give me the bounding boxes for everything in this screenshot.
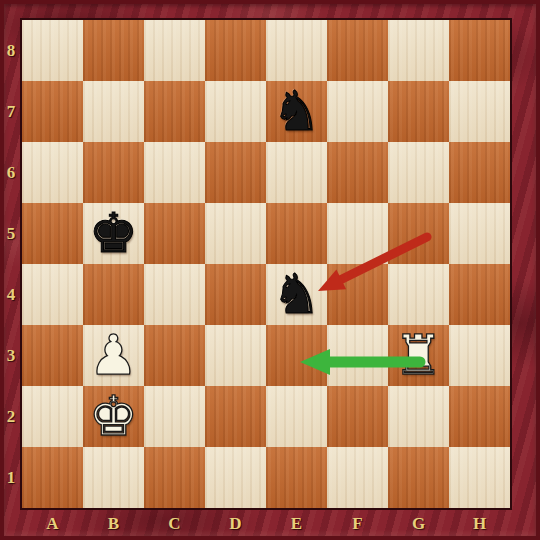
square-b1[interactable] (83, 447, 144, 508)
square-c8[interactable] (144, 20, 205, 81)
file-label-E: E (266, 512, 327, 536)
square-f6[interactable] (327, 142, 388, 203)
square-e4[interactable]: ♞ (266, 264, 327, 325)
square-a6[interactable] (22, 142, 83, 203)
rank-label-5: 5 (2, 203, 20, 264)
square-f3[interactable] (327, 325, 388, 386)
square-h5[interactable] (449, 203, 510, 264)
square-b7[interactable] (83, 81, 144, 142)
square-c3[interactable] (144, 325, 205, 386)
rank-label-6: 6 (2, 142, 20, 203)
square-a1[interactable] (22, 447, 83, 508)
square-h8[interactable] (449, 20, 510, 81)
square-c1[interactable] (144, 447, 205, 508)
piece-black-knight-e7[interactable]: ♞ (266, 81, 327, 142)
square-b8[interactable] (83, 20, 144, 81)
piece-white-pawn-b3[interactable]: ♟ (83, 325, 144, 386)
piece-black-king-b5[interactable]: ♚ (83, 203, 144, 264)
square-d8[interactable] (205, 20, 266, 81)
square-h4[interactable] (449, 264, 510, 325)
file-label-C: C (144, 512, 205, 536)
square-a3[interactable] (22, 325, 83, 386)
square-h3[interactable] (449, 325, 510, 386)
square-a2[interactable] (22, 386, 83, 447)
square-d2[interactable] (205, 386, 266, 447)
square-g6[interactable] (388, 142, 449, 203)
square-g4[interactable] (388, 264, 449, 325)
square-b4[interactable] (83, 264, 144, 325)
square-f1[interactable] (327, 447, 388, 508)
square-e6[interactable] (266, 142, 327, 203)
square-g5[interactable] (388, 203, 449, 264)
square-d7[interactable] (205, 81, 266, 142)
square-h7[interactable] (449, 81, 510, 142)
file-label-D: D (205, 512, 266, 536)
square-e3[interactable] (266, 325, 327, 386)
square-b5[interactable]: ♚ (83, 203, 144, 264)
file-label-A: A (22, 512, 83, 536)
square-f8[interactable] (327, 20, 388, 81)
square-e8[interactable] (266, 20, 327, 81)
square-g3[interactable]: ♜ (388, 325, 449, 386)
piece-black-knight-e4[interactable]: ♞ (266, 264, 327, 325)
square-e1[interactable] (266, 447, 327, 508)
square-d3[interactable] (205, 325, 266, 386)
square-a8[interactable] (22, 20, 83, 81)
square-g1[interactable] (388, 447, 449, 508)
rank-label-1: 1 (2, 447, 20, 508)
square-h1[interactable] (449, 447, 510, 508)
file-label-B: B (83, 512, 144, 536)
square-f5[interactable] (327, 203, 388, 264)
square-g8[interactable] (388, 20, 449, 81)
rank-label-8: 8 (2, 20, 20, 81)
chess-board: ♞♚♞♟♜♚ (22, 20, 510, 508)
square-b6[interactable] (83, 142, 144, 203)
square-a4[interactable] (22, 264, 83, 325)
square-c5[interactable] (144, 203, 205, 264)
square-e2[interactable] (266, 386, 327, 447)
square-c7[interactable] (144, 81, 205, 142)
rank-label-3: 3 (2, 325, 20, 386)
square-b3[interactable]: ♟ (83, 325, 144, 386)
rank-label-4: 4 (2, 264, 20, 325)
file-label-G: G (388, 512, 449, 536)
square-f4[interactable] (327, 264, 388, 325)
square-c6[interactable] (144, 142, 205, 203)
square-g2[interactable] (388, 386, 449, 447)
square-c4[interactable] (144, 264, 205, 325)
piece-white-rook-g3[interactable]: ♜ (388, 325, 449, 386)
file-label-F: F (327, 512, 388, 536)
square-e5[interactable] (266, 203, 327, 264)
square-d6[interactable] (205, 142, 266, 203)
rank-label-2: 2 (2, 386, 20, 447)
square-d4[interactable] (205, 264, 266, 325)
square-d1[interactable] (205, 447, 266, 508)
piece-white-king-b2[interactable]: ♚ (83, 386, 144, 447)
square-f7[interactable] (327, 81, 388, 142)
square-g7[interactable] (388, 81, 449, 142)
file-label-H: H (449, 512, 510, 536)
square-h6[interactable] (449, 142, 510, 203)
square-e7[interactable]: ♞ (266, 81, 327, 142)
square-b2[interactable]: ♚ (83, 386, 144, 447)
chess-app: ♞♚♞♟♜♚ 87654321ABCDEFGH (0, 0, 540, 540)
square-a7[interactable] (22, 81, 83, 142)
square-a5[interactable] (22, 203, 83, 264)
square-d5[interactable] (205, 203, 266, 264)
square-f2[interactable] (327, 386, 388, 447)
square-h2[interactable] (449, 386, 510, 447)
square-c2[interactable] (144, 386, 205, 447)
rank-label-7: 7 (2, 81, 20, 142)
